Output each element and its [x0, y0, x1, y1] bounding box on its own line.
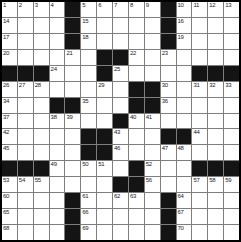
cell-r7c13[interactable]	[192, 98, 207, 113]
clue-number-28: 28	[35, 82, 41, 89]
cell-r15c15[interactable]	[224, 225, 239, 240]
cell-r15c2[interactable]	[18, 225, 33, 240]
cell-r13c12[interactable]: 64	[177, 193, 192, 208]
cell-r7c6[interactable]: 35	[81, 98, 96, 113]
cell-r12c6[interactable]	[81, 177, 96, 192]
clue-number-57: 57	[193, 177, 199, 184]
cell-r15c7[interactable]	[97, 225, 112, 240]
cell-r15c14[interactable]	[208, 225, 223, 240]
cell-r8c6[interactable]	[81, 114, 96, 129]
cell-r7c11[interactable]: 36	[161, 98, 176, 113]
cell-r6c11[interactable]: 30	[161, 82, 176, 97]
clue-number-11: 11	[193, 2, 199, 9]
cell-r13c1[interactable]: 60	[2, 193, 17, 208]
cell-r1c6[interactable]: 5	[81, 2, 96, 17]
clue-number-46: 46	[114, 145, 120, 152]
cell-r15c12[interactable]: 70	[177, 225, 192, 240]
cell-r6c5[interactable]	[65, 82, 80, 97]
cell-r7c10-black	[145, 98, 160, 113]
clue-number-49: 49	[51, 161, 57, 168]
cell-r14c10[interactable]	[145, 209, 160, 224]
clue-number-10: 10	[178, 2, 184, 9]
cell-r10c5[interactable]	[65, 145, 80, 160]
cell-r13c4[interactable]	[50, 193, 65, 208]
cell-r14c13[interactable]	[192, 209, 207, 224]
cell-r2c2[interactable]	[18, 18, 33, 33]
cell-r11c15-black	[224, 161, 239, 176]
cell-r13c14[interactable]	[208, 193, 223, 208]
cell-r2c12[interactable]: 16	[177, 18, 192, 33]
cell-r13c10[interactable]	[145, 193, 160, 208]
clue-number-21: 21	[66, 50, 72, 57]
cell-r4c2[interactable]	[18, 50, 33, 65]
cell-r1c4[interactable]: 4	[50, 2, 65, 17]
cell-r1c7[interactable]: 6	[97, 2, 112, 17]
cell-r10c2[interactable]	[18, 145, 33, 160]
cell-r11c8[interactable]	[113, 161, 128, 176]
cell-r4c4[interactable]	[50, 50, 65, 65]
clue-number-52: 52	[146, 161, 152, 168]
cell-r10c8[interactable]: 46	[113, 145, 128, 160]
cell-r12c2[interactable]: 54	[18, 177, 33, 192]
cell-r1c15[interactable]: 13	[224, 2, 239, 17]
cell-r8c14[interactable]	[208, 114, 223, 129]
cell-r12c12[interactable]	[177, 177, 192, 192]
cell-r5c12[interactable]	[177, 66, 192, 81]
cell-r13c15[interactable]	[224, 193, 239, 208]
cell-r5c11[interactable]	[161, 66, 176, 81]
cell-r7c1[interactable]: 34	[2, 98, 17, 113]
cell-r6c14[interactable]: 32	[208, 82, 223, 97]
cell-r5c10[interactable]	[145, 66, 160, 81]
cell-r13c2[interactable]	[18, 193, 33, 208]
cell-r11c6[interactable]: 50	[81, 161, 96, 176]
cell-r5c15-black	[224, 66, 239, 81]
cell-r7c2[interactable]	[18, 98, 33, 113]
cell-r9c5[interactable]	[65, 129, 80, 144]
clue-number-38: 38	[51, 114, 57, 121]
cell-r7c5-black	[65, 98, 80, 113]
cell-r7c3[interactable]	[34, 98, 49, 113]
cell-r6c4[interactable]	[50, 82, 65, 97]
cell-r5c1-black	[2, 66, 17, 81]
clue-number-41: 41	[146, 114, 152, 121]
clue-number-7: 7	[114, 2, 117, 9]
clue-number-50: 50	[82, 161, 88, 168]
cell-r8c1[interactable]: 37	[2, 114, 17, 129]
cell-r5c3-black	[34, 66, 49, 81]
cell-r1c3[interactable]: 3	[34, 2, 49, 17]
cell-r9c1[interactable]: 42	[2, 129, 17, 144]
cell-r7c15[interactable]	[224, 98, 239, 113]
cell-r4c6[interactable]	[81, 50, 96, 65]
clue-number-14: 14	[3, 18, 9, 25]
cell-r3c6[interactable]: 18	[81, 34, 96, 49]
cell-r2c10[interactable]	[145, 18, 160, 33]
cell-r9c10[interactable]	[145, 129, 160, 144]
clue-number-67: 67	[178, 209, 184, 216]
cell-r9c11-black	[161, 129, 176, 144]
clue-number-35: 35	[82, 98, 88, 105]
cell-r7c4-black	[50, 98, 65, 113]
cell-r12c11[interactable]	[161, 177, 176, 192]
cell-r6c2[interactable]: 27	[18, 82, 33, 97]
cell-r14c8[interactable]	[113, 209, 128, 224]
cell-r10c7-black	[97, 145, 112, 160]
clue-number-20: 20	[3, 50, 9, 57]
clue-number-36: 36	[162, 98, 168, 105]
clue-number-37: 37	[3, 114, 9, 121]
cell-r9c6-black	[81, 129, 96, 144]
clue-number-45: 45	[3, 145, 9, 152]
cell-r13c3[interactable]	[34, 193, 49, 208]
cell-r4c7-black	[97, 50, 112, 65]
cell-r14c11-black	[161, 209, 176, 224]
cell-r10c4[interactable]	[50, 145, 65, 160]
clue-number-43: 43	[114, 129, 120, 136]
cell-r3c2[interactable]	[18, 34, 33, 49]
clue-number-3: 3	[35, 2, 38, 9]
cell-r13c9[interactable]: 63	[129, 193, 144, 208]
clue-number-60: 60	[3, 193, 9, 200]
cell-r8c12[interactable]	[177, 114, 192, 129]
clue-number-16: 16	[178, 18, 184, 25]
clue-number-66: 66	[82, 209, 88, 216]
cell-r3c10[interactable]	[145, 34, 160, 49]
cell-r2c6[interactable]: 15	[81, 18, 96, 33]
cell-r11c3-black	[34, 161, 49, 176]
cell-r12c3[interactable]: 55	[34, 177, 49, 192]
cell-r9c13[interactable]: 44	[192, 129, 207, 144]
cell-r10c10[interactable]	[145, 145, 160, 160]
cell-r11c10[interactable]: 52	[145, 161, 160, 176]
cell-r3c15[interactable]	[224, 34, 239, 49]
cell-r9c2[interactable]	[18, 129, 33, 144]
cell-r11c4[interactable]: 49	[50, 161, 65, 176]
clue-number-69: 69	[82, 225, 88, 232]
cell-r8c15[interactable]	[224, 114, 239, 129]
cell-r1c11-black	[161, 2, 176, 17]
clue-number-61: 61	[82, 193, 88, 200]
cell-r15c6[interactable]: 69	[81, 225, 96, 240]
clue-number-4: 4	[51, 2, 54, 9]
cell-r9c15[interactable]	[224, 129, 239, 144]
clue-number-8: 8	[130, 2, 133, 9]
cell-r12c7[interactable]	[97, 177, 112, 192]
clue-number-6: 6	[98, 2, 101, 9]
cell-r10c14[interactable]	[208, 145, 223, 160]
clue-number-47: 47	[162, 145, 168, 152]
cell-r11c11[interactable]	[161, 161, 176, 176]
cell-r2c11-black	[161, 18, 176, 33]
cell-r8c3[interactable]	[34, 114, 49, 129]
cell-r15c4[interactable]	[50, 225, 65, 240]
cell-r13c5-black	[65, 193, 80, 208]
clue-number-48: 48	[178, 145, 184, 152]
clue-number-29: 29	[98, 82, 104, 89]
cell-r2c8[interactable]	[113, 18, 128, 33]
cell-r6c13[interactable]: 31	[192, 82, 207, 97]
cell-r3c9[interactable]	[129, 34, 144, 49]
cell-r1c10[interactable]: 9	[145, 2, 160, 17]
clue-number-65: 65	[3, 209, 9, 216]
cell-r5c5[interactable]	[65, 66, 80, 81]
cell-r6c7[interactable]: 29	[97, 82, 112, 97]
cell-r15c10[interactable]	[145, 225, 160, 240]
cell-r1c5-black	[65, 2, 80, 17]
clue-number-59: 59	[225, 177, 231, 184]
clue-number-18: 18	[82, 34, 88, 41]
cell-r4c12[interactable]	[177, 50, 192, 65]
clue-number-19: 19	[178, 34, 184, 41]
cell-r8c9[interactable]: 40	[129, 114, 144, 129]
clue-number-12: 12	[209, 2, 215, 9]
cell-r10c6-black	[81, 145, 96, 160]
cell-r3c13[interactable]	[192, 34, 207, 49]
clue-number-24: 24	[51, 66, 57, 73]
cell-r11c2-black	[18, 161, 33, 176]
cell-r3c8[interactable]	[113, 34, 128, 49]
cell-r8c8-black	[113, 114, 128, 129]
clue-number-17: 17	[3, 34, 9, 41]
cell-r10c12[interactable]: 48	[177, 145, 192, 160]
clue-number-62: 62	[114, 193, 120, 200]
clue-number-64: 64	[178, 193, 184, 200]
cell-r6c15[interactable]: 33	[224, 82, 239, 97]
cell-r15c8[interactable]	[113, 225, 128, 240]
cell-r2c13[interactable]	[192, 18, 207, 33]
cell-r3c4[interactable]	[50, 34, 65, 49]
cell-r12c1[interactable]: 53	[2, 177, 17, 192]
cell-r8c2[interactable]	[18, 114, 33, 129]
cell-r7c7[interactable]	[97, 98, 112, 113]
clue-number-42: 42	[3, 129, 9, 136]
cell-r4c8-black	[113, 50, 128, 65]
cell-r13c6[interactable]: 61	[81, 193, 96, 208]
cell-r5c4[interactable]: 24	[50, 66, 65, 81]
cell-r3c11-black	[161, 34, 176, 49]
cell-r3c7[interactable]	[97, 34, 112, 49]
cell-r1c2[interactable]: 2	[18, 2, 33, 17]
cell-r10c15[interactable]	[224, 145, 239, 160]
cell-r12c8-black	[113, 177, 128, 192]
cell-r9c14[interactable]	[208, 129, 223, 144]
clue-number-33: 33	[225, 82, 231, 89]
clue-number-30: 30	[162, 82, 168, 89]
cell-r12c15[interactable]: 59	[224, 177, 239, 192]
cell-r1c9[interactable]: 8	[129, 2, 144, 17]
cell-r2c15[interactable]	[224, 18, 239, 33]
cell-r13c11-black	[161, 193, 176, 208]
clue-number-68: 68	[3, 225, 9, 232]
cell-r1c8[interactable]: 7	[113, 2, 128, 17]
cell-r8c13[interactable]	[192, 114, 207, 129]
clue-number-58: 58	[209, 177, 215, 184]
cell-r8c7[interactable]	[97, 114, 112, 129]
clue-number-15: 15	[82, 18, 88, 25]
cell-r15c11-black	[161, 225, 176, 240]
clue-number-54: 54	[19, 177, 25, 184]
clue-number-39: 39	[66, 114, 72, 121]
cell-r12c10[interactable]: 56	[145, 177, 160, 192]
cell-r8c11[interactable]	[161, 114, 176, 129]
cell-r14c5-black	[65, 209, 80, 224]
cell-r14c3[interactable]	[34, 209, 49, 224]
clue-number-23: 23	[162, 50, 168, 57]
cell-r4c10[interactable]	[145, 50, 160, 65]
clue-number-22: 22	[130, 50, 136, 57]
cell-r6c6[interactable]	[81, 82, 96, 97]
cell-r8c10[interactable]: 41	[145, 114, 160, 129]
cell-r9c3[interactable]	[34, 129, 49, 144]
cell-r9c7-black	[97, 129, 112, 144]
cell-r1c14[interactable]: 12	[208, 2, 223, 17]
cell-r4c14[interactable]	[208, 50, 223, 65]
cell-r3c3[interactable]	[34, 34, 49, 49]
cell-r14c15[interactable]	[224, 209, 239, 224]
crossword-grid: 1234567891011121314151617181920212223242…	[0, 0, 241, 242]
cell-r8c5[interactable]: 39	[65, 114, 80, 129]
clue-number-44: 44	[193, 129, 199, 136]
cell-r10c1[interactable]: 45	[2, 145, 17, 160]
cell-r5c2-black	[18, 66, 33, 81]
cell-r6c3[interactable]: 28	[34, 82, 49, 97]
cell-r3c5-black	[65, 34, 80, 49]
cell-r6c8[interactable]	[113, 82, 128, 97]
cell-r4c5[interactable]: 21	[65, 50, 80, 65]
cell-r13c7[interactable]	[97, 193, 112, 208]
cell-r14c6[interactable]: 66	[81, 209, 96, 224]
cell-r3c14[interactable]	[208, 34, 223, 49]
cell-r11c9-black	[129, 161, 144, 176]
cell-r7c12[interactable]	[177, 98, 192, 113]
cell-r10c3[interactable]	[34, 145, 49, 160]
cell-r14c2[interactable]	[18, 209, 33, 224]
cell-r9c12-black	[177, 129, 192, 144]
cell-r14c14[interactable]	[208, 209, 223, 224]
clue-number-53: 53	[3, 177, 9, 184]
clue-number-1: 1	[3, 2, 6, 9]
clue-number-26: 26	[3, 82, 9, 89]
clue-number-51: 51	[98, 161, 104, 168]
cell-r2c9[interactable]	[129, 18, 144, 33]
cell-r9c8[interactable]: 43	[113, 129, 128, 144]
cell-r4c15[interactable]	[224, 50, 239, 65]
cell-r5c14-black	[208, 66, 223, 81]
cell-r6c10-black	[145, 82, 160, 97]
cell-r12c13[interactable]: 57	[192, 177, 207, 192]
cell-r14c12[interactable]: 67	[177, 209, 192, 224]
cell-r12c4[interactable]	[50, 177, 65, 192]
cell-r2c5-black	[65, 18, 80, 33]
cell-r14c1[interactable]: 65	[2, 209, 17, 224]
clue-number-27: 27	[19, 82, 25, 89]
cell-r6c1[interactable]: 26	[2, 82, 17, 97]
cell-r14c7[interactable]	[97, 209, 112, 224]
cell-r15c5-black	[65, 225, 80, 240]
cell-r4c3[interactable]	[34, 50, 49, 65]
cell-r11c12[interactable]	[177, 161, 192, 176]
cell-r13c13[interactable]	[192, 193, 207, 208]
cell-r4c13[interactable]	[192, 50, 207, 65]
clue-number-70: 70	[178, 225, 184, 232]
cell-r5c13-black	[192, 66, 207, 81]
clue-number-40: 40	[130, 114, 136, 121]
clue-number-34: 34	[3, 98, 9, 105]
cell-r2c3[interactable]	[34, 18, 49, 33]
cell-r5c9[interactable]	[129, 66, 144, 81]
cell-r10c9[interactable]	[129, 145, 144, 160]
cell-r11c5[interactable]	[65, 161, 80, 176]
cell-r2c1[interactable]: 14	[2, 18, 17, 33]
cell-r14c4[interactable]	[50, 209, 65, 224]
cell-r5c7-black	[97, 66, 112, 81]
cell-r15c3[interactable]	[34, 225, 49, 240]
cell-r1c12[interactable]: 10	[177, 2, 192, 17]
clue-number-56: 56	[146, 177, 152, 184]
cell-r4c9[interactable]: 22	[129, 50, 144, 65]
cell-r4c11[interactable]: 23	[161, 50, 176, 65]
cell-r11c13-black	[192, 161, 207, 176]
cell-r15c9[interactable]	[129, 225, 144, 240]
cell-r10c13[interactable]	[192, 145, 207, 160]
cell-r9c4[interactable]	[50, 129, 65, 144]
cell-r6c12[interactable]	[177, 82, 192, 97]
cell-r1c1[interactable]: 1	[2, 2, 17, 17]
cell-r10c11[interactable]: 47	[161, 145, 176, 160]
clue-number-31: 31	[193, 82, 199, 89]
clue-number-32: 32	[209, 82, 215, 89]
cell-r3c1[interactable]: 17	[2, 34, 17, 49]
cell-r15c13[interactable]	[192, 225, 207, 240]
cell-r5c8[interactable]: 25	[113, 66, 128, 81]
cell-r11c7[interactable]: 51	[97, 161, 112, 176]
cell-r12c5[interactable]	[65, 177, 80, 192]
cell-r7c8[interactable]	[113, 98, 128, 113]
clue-number-13: 13	[225, 2, 231, 9]
cell-r2c4[interactable]	[50, 18, 65, 33]
cell-r15c1[interactable]: 68	[2, 225, 17, 240]
clue-number-55: 55	[35, 177, 41, 184]
clue-number-2: 2	[19, 2, 22, 9]
clue-number-25: 25	[114, 66, 120, 73]
clue-number-5: 5	[82, 2, 85, 9]
cell-r7c14[interactable]	[208, 98, 223, 113]
cell-r4c1[interactable]: 20	[2, 50, 17, 65]
cell-r12c9-black	[129, 177, 144, 192]
cell-r9c9[interactable]	[129, 129, 144, 144]
cell-r11c1-black	[2, 161, 17, 176]
cell-r11c14-black	[208, 161, 223, 176]
cell-r1c13[interactable]: 11	[192, 2, 207, 17]
cell-r8c4[interactable]: 38	[50, 114, 65, 129]
clue-number-63: 63	[130, 193, 136, 200]
cell-r5c6[interactable]	[81, 66, 96, 81]
clue-number-9: 9	[146, 2, 149, 9]
cell-r2c7[interactable]	[97, 18, 112, 33]
cell-r13c8[interactable]: 62	[113, 193, 128, 208]
cell-r3c12[interactable]: 19	[177, 34, 192, 49]
cell-r7c9-black	[129, 98, 144, 113]
cell-r14c9[interactable]	[129, 209, 144, 224]
cell-r6c9-black	[129, 82, 144, 97]
cell-r2c14[interactable]	[208, 18, 223, 33]
cell-r12c14[interactable]: 58	[208, 177, 223, 192]
